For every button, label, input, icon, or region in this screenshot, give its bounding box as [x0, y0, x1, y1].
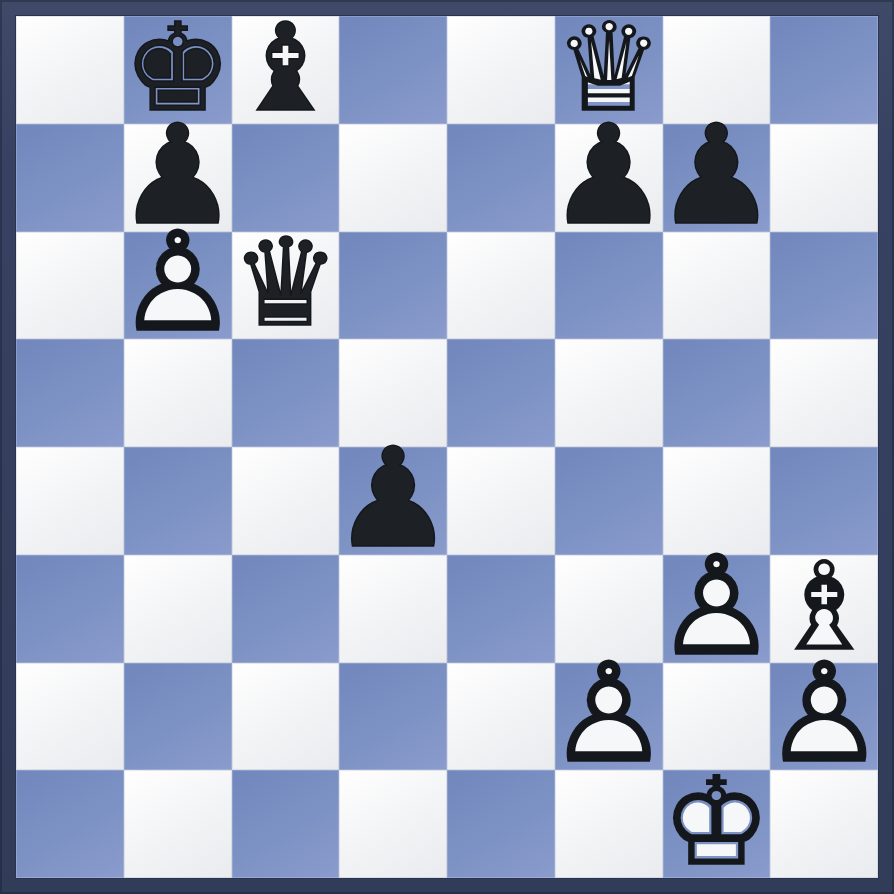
square-b2[interactable]: [124, 663, 232, 771]
square-f4[interactable]: [555, 447, 663, 555]
chess-board: ♚♝♛♕♟♟♟♟♙♛♟♟♙♝♗♟♙♟♙♚♔: [16, 16, 878, 878]
square-h1[interactable]: [770, 770, 878, 878]
square-h8[interactable]: [770, 16, 878, 124]
square-d2[interactable]: [339, 663, 447, 771]
black-bishop[interactable]: ♝: [232, 16, 340, 124]
square-g1[interactable]: ♚♔: [663, 770, 771, 878]
piece-glyph-outline: ♙: [555, 661, 663, 769]
square-f8[interactable]: ♛♕: [555, 16, 663, 124]
square-c8[interactable]: ♝: [232, 16, 340, 124]
square-f3[interactable]: [555, 555, 663, 663]
square-g6[interactable]: [663, 232, 771, 340]
black-pawn[interactable]: ♟: [124, 124, 232, 232]
square-a2[interactable]: [16, 663, 124, 771]
square-c7[interactable]: [232, 124, 340, 232]
square-f2[interactable]: ♟♙: [555, 663, 663, 771]
square-c3[interactable]: [232, 555, 340, 663]
piece-glyph-fill: ♛: [555, 14, 663, 122]
piece-glyph-fill: ♝: [232, 14, 340, 122]
black-pawn[interactable]: ♟: [663, 124, 771, 232]
piece-glyph-outline: ♔: [663, 768, 771, 876]
square-h5[interactable]: [770, 339, 878, 447]
square-e4[interactable]: [447, 447, 555, 555]
black-pawn[interactable]: ♟: [555, 124, 663, 232]
piece-glyph-outline: ♙: [124, 230, 232, 338]
piece-glyph-outline: ♕: [555, 14, 663, 122]
square-b7[interactable]: ♟: [124, 124, 232, 232]
square-a3[interactable]: [16, 555, 124, 663]
square-e5[interactable]: [447, 339, 555, 447]
square-h2[interactable]: ♟♙: [770, 663, 878, 771]
square-a5[interactable]: [16, 339, 124, 447]
square-g4[interactable]: [663, 447, 771, 555]
square-b1[interactable]: [124, 770, 232, 878]
piece-glyph-fill: ♟: [770, 661, 878, 769]
piece-glyph-fill: ♟: [555, 661, 663, 769]
square-b8[interactable]: ♚: [124, 16, 232, 124]
white-bishop[interactable]: ♝♗: [770, 555, 878, 663]
square-f6[interactable]: [555, 232, 663, 340]
white-pawn[interactable]: ♟♙: [124, 232, 232, 340]
white-king[interactable]: ♚♔: [663, 770, 771, 878]
piece-glyph-fill: ♝: [770, 553, 878, 661]
square-d7[interactable]: [339, 124, 447, 232]
square-e6[interactable]: [447, 232, 555, 340]
square-d6[interactable]: [339, 232, 447, 340]
square-g3[interactable]: ♟♙: [663, 555, 771, 663]
white-queen[interactable]: ♛♕: [555, 16, 663, 124]
square-d4[interactable]: ♟: [339, 447, 447, 555]
square-e3[interactable]: [447, 555, 555, 663]
square-g5[interactable]: [663, 339, 771, 447]
square-h3[interactable]: ♝♗: [770, 555, 878, 663]
piece-glyph-fill: ♟: [339, 445, 447, 553]
piece-glyph-fill: ♟: [663, 122, 771, 230]
piece-glyph-fill: ♛: [232, 230, 340, 338]
black-king[interactable]: ♚: [124, 16, 232, 124]
black-pawn[interactable]: ♟: [339, 447, 447, 555]
square-c5[interactable]: [232, 339, 340, 447]
square-a4[interactable]: [16, 447, 124, 555]
square-h4[interactable]: [770, 447, 878, 555]
square-c6[interactable]: ♛: [232, 232, 340, 340]
square-h6[interactable]: [770, 232, 878, 340]
piece-glyph-fill: ♟: [124, 122, 232, 230]
white-pawn[interactable]: ♟♙: [663, 555, 771, 663]
square-a1[interactable]: [16, 770, 124, 878]
piece-glyph-fill: ♚: [124, 14, 232, 122]
square-a7[interactable]: [16, 124, 124, 232]
square-e2[interactable]: [447, 663, 555, 771]
square-d3[interactable]: [339, 555, 447, 663]
square-c2[interactable]: [232, 663, 340, 771]
square-b5[interactable]: [124, 339, 232, 447]
piece-glyph-fill: ♟: [555, 122, 663, 230]
piece-glyph-fill: ♟: [124, 230, 232, 338]
square-e8[interactable]: [447, 16, 555, 124]
piece-glyph-outline: ♙: [770, 661, 878, 769]
square-a6[interactable]: [16, 232, 124, 340]
square-h7[interactable]: [770, 124, 878, 232]
piece-glyph-outline: ♗: [770, 553, 878, 661]
square-g7[interactable]: ♟: [663, 124, 771, 232]
piece-glyph-fill: ♟: [663, 553, 771, 661]
square-g2[interactable]: [663, 663, 771, 771]
square-g8[interactable]: [663, 16, 771, 124]
piece-glyph-fill: ♚: [663, 768, 771, 876]
black-queen[interactable]: ♛: [232, 232, 340, 340]
square-d5[interactable]: [339, 339, 447, 447]
square-f7[interactable]: ♟: [555, 124, 663, 232]
square-b4[interactable]: [124, 447, 232, 555]
white-pawn[interactable]: ♟♙: [555, 663, 663, 771]
square-c4[interactable]: [232, 447, 340, 555]
square-b6[interactable]: ♟♙: [124, 232, 232, 340]
square-a8[interactable]: [16, 16, 124, 124]
square-d1[interactable]: [339, 770, 447, 878]
board-frame: ♚♝♛♕♟♟♟♟♙♛♟♟♙♝♗♟♙♟♙♚♔: [0, 0, 894, 894]
square-f1[interactable]: [555, 770, 663, 878]
piece-glyph-outline: ♙: [663, 553, 771, 661]
square-c1[interactable]: [232, 770, 340, 878]
square-f5[interactable]: [555, 339, 663, 447]
square-e7[interactable]: [447, 124, 555, 232]
square-e1[interactable]: [447, 770, 555, 878]
square-d8[interactable]: [339, 16, 447, 124]
white-pawn[interactable]: ♟♙: [770, 663, 878, 771]
square-b3[interactable]: [124, 555, 232, 663]
